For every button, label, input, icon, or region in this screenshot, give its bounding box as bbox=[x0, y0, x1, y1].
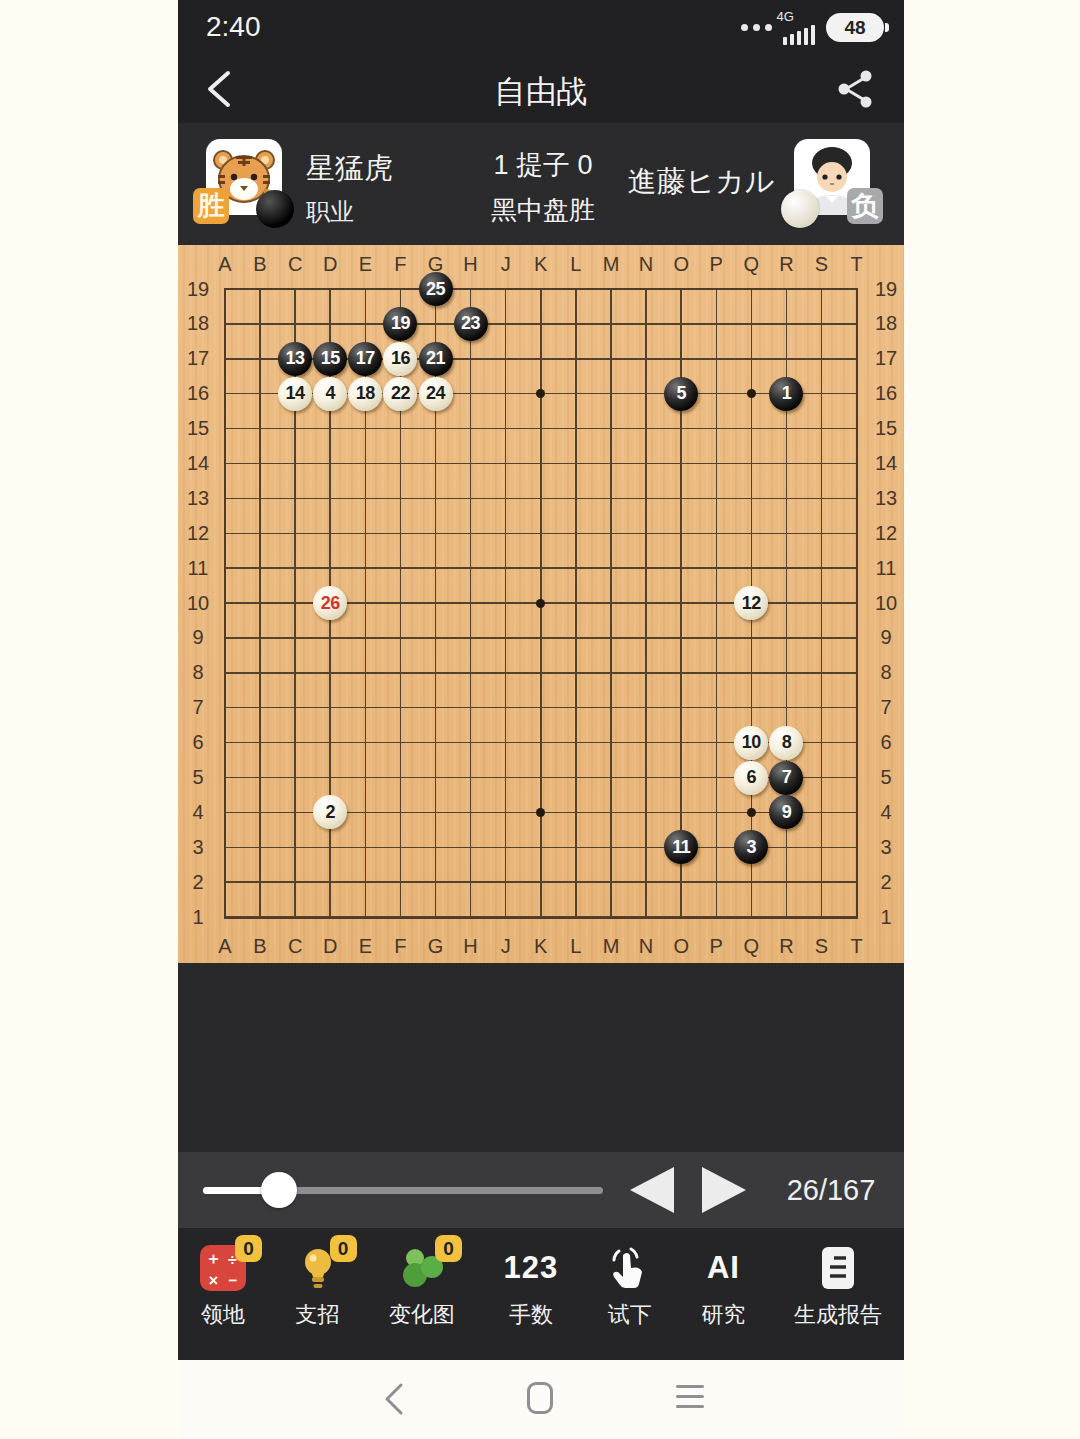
board-cell[interactable] bbox=[348, 830, 383, 865]
board-cell[interactable] bbox=[488, 411, 523, 446]
board-cell[interactable] bbox=[593, 621, 628, 656]
board-cell[interactable] bbox=[664, 621, 699, 656]
board-cell[interactable] bbox=[664, 725, 699, 760]
board-cell[interactable] bbox=[804, 411, 839, 446]
board-cell[interactable] bbox=[453, 795, 488, 830]
board-cell[interactable] bbox=[242, 690, 277, 725]
board-cell[interactable] bbox=[453, 341, 488, 376]
board-cell[interactable] bbox=[418, 690, 453, 725]
board-cell[interactable] bbox=[558, 760, 593, 795]
board-cell[interactable] bbox=[734, 306, 769, 341]
board-cell[interactable] bbox=[734, 481, 769, 516]
board-cell[interactable] bbox=[664, 341, 699, 376]
board-cell[interactable] bbox=[629, 655, 664, 690]
board-cell[interactable]: 1 bbox=[769, 376, 804, 411]
board-cell[interactable] bbox=[769, 655, 804, 690]
board-cell[interactable] bbox=[418, 306, 453, 341]
board-cell[interactable] bbox=[207, 516, 242, 551]
board-cell[interactable] bbox=[383, 795, 418, 830]
board-cell[interactable] bbox=[348, 725, 383, 760]
board-cell[interactable]: 11 bbox=[664, 830, 699, 865]
board-cell[interactable] bbox=[839, 586, 874, 621]
board-cell[interactable] bbox=[278, 586, 313, 621]
board-cell[interactable] bbox=[629, 725, 664, 760]
board-cell[interactable] bbox=[664, 481, 699, 516]
board-cell[interactable] bbox=[207, 586, 242, 621]
board-cell[interactable] bbox=[242, 411, 277, 446]
board-cell[interactable] bbox=[839, 865, 874, 900]
board-cell[interactable] bbox=[207, 446, 242, 481]
board-cell[interactable] bbox=[593, 725, 628, 760]
board-cell[interactable] bbox=[699, 865, 734, 900]
board-cell[interactable] bbox=[242, 341, 277, 376]
board-cell[interactable] bbox=[242, 306, 277, 341]
board-cell[interactable]: 16 bbox=[383, 341, 418, 376]
board-cell[interactable] bbox=[488, 446, 523, 481]
board-cell[interactable]: 3 bbox=[734, 830, 769, 865]
board-cell[interactable] bbox=[839, 272, 874, 307]
toolbar-item-研究[interactable]: AI研究 bbox=[701, 1242, 745, 1360]
board-cell[interactable] bbox=[242, 551, 277, 586]
board-cell[interactable] bbox=[699, 830, 734, 865]
board-cell[interactable] bbox=[523, 551, 558, 586]
board-cell[interactable] bbox=[769, 272, 804, 307]
board-cell[interactable] bbox=[453, 446, 488, 481]
board-cell[interactable] bbox=[664, 865, 699, 900]
toolbar-item-支招[interactable]: 0支招 bbox=[295, 1242, 341, 1360]
board-cell[interactable] bbox=[418, 411, 453, 446]
board-cell[interactable] bbox=[313, 621, 348, 656]
board-cell[interactable] bbox=[488, 306, 523, 341]
board-cell[interactable] bbox=[558, 690, 593, 725]
board-cell[interactable] bbox=[664, 411, 699, 446]
board-cell[interactable] bbox=[488, 376, 523, 411]
board-cell[interactable] bbox=[383, 900, 418, 935]
board-cell[interactable] bbox=[558, 900, 593, 935]
board-cell[interactable] bbox=[207, 830, 242, 865]
board-cell[interactable] bbox=[313, 411, 348, 446]
board-cell[interactable] bbox=[523, 760, 558, 795]
board-cell[interactable] bbox=[593, 865, 628, 900]
board-cell[interactable] bbox=[839, 551, 874, 586]
board-cell[interactable] bbox=[769, 306, 804, 341]
board-cell[interactable] bbox=[593, 830, 628, 865]
board-cell[interactable] bbox=[699, 725, 734, 760]
board-cell[interactable] bbox=[207, 865, 242, 900]
board-cell[interactable] bbox=[804, 725, 839, 760]
board-cell[interactable] bbox=[699, 551, 734, 586]
board-cell[interactable] bbox=[488, 830, 523, 865]
board-cell[interactable] bbox=[593, 586, 628, 621]
board-cell[interactable] bbox=[593, 516, 628, 551]
board-cell[interactable] bbox=[839, 446, 874, 481]
board-cell[interactable] bbox=[664, 516, 699, 551]
board-cell[interactable] bbox=[242, 516, 277, 551]
board-cell[interactable] bbox=[488, 690, 523, 725]
board-cell[interactable] bbox=[453, 551, 488, 586]
board-cell[interactable] bbox=[383, 760, 418, 795]
board-cell[interactable] bbox=[453, 586, 488, 621]
board-cell[interactable] bbox=[453, 865, 488, 900]
board-cell[interactable] bbox=[593, 900, 628, 935]
board-cell[interactable] bbox=[488, 551, 523, 586]
board-cell[interactable] bbox=[207, 795, 242, 830]
board-cell[interactable] bbox=[313, 830, 348, 865]
board-cell[interactable] bbox=[558, 306, 593, 341]
board-cell[interactable] bbox=[242, 725, 277, 760]
board-cell[interactable] bbox=[699, 411, 734, 446]
board-cell[interactable] bbox=[734, 272, 769, 307]
board-cell[interactable] bbox=[593, 481, 628, 516]
board-cell[interactable] bbox=[418, 481, 453, 516]
board-cell[interactable] bbox=[734, 411, 769, 446]
board-cell[interactable] bbox=[278, 446, 313, 481]
board-cell[interactable] bbox=[734, 516, 769, 551]
board-cell[interactable] bbox=[699, 306, 734, 341]
board-cell[interactable] bbox=[348, 551, 383, 586]
board-cell[interactable] bbox=[804, 690, 839, 725]
board-cell[interactable] bbox=[699, 900, 734, 935]
board-cell[interactable] bbox=[804, 586, 839, 621]
board-cell[interactable] bbox=[453, 376, 488, 411]
board-cell[interactable] bbox=[313, 306, 348, 341]
board-cell[interactable] bbox=[523, 306, 558, 341]
android-back-icon[interactable] bbox=[382, 1382, 406, 1416]
board-cell[interactable] bbox=[769, 341, 804, 376]
board-cell[interactable] bbox=[278, 830, 313, 865]
board-cell[interactable]: 18 bbox=[348, 376, 383, 411]
board-cell[interactable] bbox=[629, 306, 664, 341]
board-cell[interactable] bbox=[558, 795, 593, 830]
board-cell[interactable] bbox=[348, 655, 383, 690]
board-cell[interactable] bbox=[418, 865, 453, 900]
board-cell[interactable] bbox=[664, 551, 699, 586]
board-cell[interactable] bbox=[699, 795, 734, 830]
board-cell[interactable] bbox=[734, 551, 769, 586]
board-cell[interactable] bbox=[593, 655, 628, 690]
board-cell[interactable] bbox=[804, 865, 839, 900]
toolbar-item-手数[interactable]: 123手数 bbox=[504, 1242, 559, 1360]
board-cell[interactable] bbox=[734, 900, 769, 935]
board-cell[interactable] bbox=[804, 516, 839, 551]
board-cell[interactable] bbox=[242, 865, 277, 900]
board-cell[interactable] bbox=[278, 690, 313, 725]
board-cell[interactable] bbox=[207, 341, 242, 376]
toolbar-item-试下[interactable]: 试下 bbox=[607, 1242, 653, 1360]
board-cell[interactable] bbox=[348, 865, 383, 900]
board-cell[interactable] bbox=[488, 655, 523, 690]
board-cell[interactable]: 2 bbox=[313, 795, 348, 830]
board-cell[interactable] bbox=[699, 586, 734, 621]
board-cell[interactable] bbox=[348, 900, 383, 935]
board-cell[interactable] bbox=[418, 900, 453, 935]
board-cell[interactable] bbox=[453, 725, 488, 760]
board-cell[interactable] bbox=[348, 586, 383, 621]
android-home-icon[interactable] bbox=[527, 1382, 553, 1414]
board-cell[interactable] bbox=[207, 725, 242, 760]
board-cell[interactable] bbox=[699, 376, 734, 411]
board-cell[interactable] bbox=[313, 900, 348, 935]
board-cell[interactable] bbox=[418, 586, 453, 621]
board-cell[interactable] bbox=[734, 621, 769, 656]
board-cell[interactable] bbox=[523, 655, 558, 690]
board-cell[interactable] bbox=[418, 725, 453, 760]
board-cell[interactable] bbox=[523, 376, 558, 411]
board-cell[interactable] bbox=[629, 341, 664, 376]
board-cell[interactable] bbox=[523, 341, 558, 376]
board-cell[interactable] bbox=[488, 516, 523, 551]
board-cell[interactable] bbox=[523, 481, 558, 516]
board-cell[interactable] bbox=[769, 481, 804, 516]
board-cell[interactable] bbox=[664, 900, 699, 935]
board-cell[interactable] bbox=[242, 621, 277, 656]
board-cell[interactable] bbox=[664, 655, 699, 690]
board-cell[interactable] bbox=[558, 446, 593, 481]
board-cell[interactable] bbox=[383, 586, 418, 621]
board-cell[interactable] bbox=[734, 795, 769, 830]
board-cell[interactable] bbox=[207, 900, 242, 935]
board-cell[interactable] bbox=[313, 655, 348, 690]
board-cell[interactable] bbox=[593, 376, 628, 411]
board-cell[interactable] bbox=[348, 621, 383, 656]
board-cell[interactable] bbox=[207, 306, 242, 341]
board-cell[interactable] bbox=[207, 551, 242, 586]
board-cell[interactable] bbox=[348, 516, 383, 551]
board-cell[interactable] bbox=[629, 411, 664, 446]
board-cell[interactable] bbox=[699, 655, 734, 690]
board-cell[interactable] bbox=[453, 655, 488, 690]
board-cell[interactable] bbox=[734, 655, 769, 690]
board-cell[interactable] bbox=[418, 516, 453, 551]
board-cell[interactable] bbox=[804, 341, 839, 376]
board-cell[interactable] bbox=[558, 341, 593, 376]
slider-thumb[interactable] bbox=[261, 1172, 297, 1208]
board-cell[interactable] bbox=[242, 446, 277, 481]
board-cell[interactable] bbox=[523, 690, 558, 725]
board-cell[interactable] bbox=[242, 900, 277, 935]
board-cell[interactable] bbox=[839, 306, 874, 341]
board-cell[interactable] bbox=[664, 306, 699, 341]
board-cell[interactable] bbox=[804, 760, 839, 795]
board-cell[interactable] bbox=[593, 272, 628, 307]
board-cell[interactable] bbox=[769, 516, 804, 551]
board-cell[interactable] bbox=[242, 795, 277, 830]
board-cell[interactable]: 17 bbox=[348, 341, 383, 376]
board-cell[interactable] bbox=[523, 830, 558, 865]
board-cell[interactable] bbox=[313, 446, 348, 481]
board-cell[interactable] bbox=[383, 655, 418, 690]
board-cell[interactable] bbox=[242, 830, 277, 865]
board-cell[interactable] bbox=[488, 586, 523, 621]
board-cell[interactable] bbox=[734, 341, 769, 376]
board-cell[interactable] bbox=[383, 446, 418, 481]
board-cell[interactable] bbox=[523, 900, 558, 935]
board-cell[interactable] bbox=[453, 760, 488, 795]
board-cell[interactable] bbox=[593, 306, 628, 341]
board-cell[interactable] bbox=[769, 830, 804, 865]
board-cell[interactable]: 6 bbox=[734, 760, 769, 795]
board-cell[interactable] bbox=[348, 272, 383, 307]
board-cell[interactable] bbox=[839, 830, 874, 865]
board-cell[interactable] bbox=[523, 865, 558, 900]
next-move-button[interactable] bbox=[702, 1167, 746, 1213]
board-cell[interactable] bbox=[488, 272, 523, 307]
board-cell[interactable] bbox=[839, 481, 874, 516]
board-cell[interactable]: 4 bbox=[313, 376, 348, 411]
board-cell[interactable] bbox=[348, 411, 383, 446]
board-cell[interactable]: 21 bbox=[418, 341, 453, 376]
board-cell[interactable] bbox=[278, 760, 313, 795]
board-cell[interactable] bbox=[593, 795, 628, 830]
board-cell[interactable] bbox=[278, 516, 313, 551]
board-cell[interactable] bbox=[383, 481, 418, 516]
board-cell[interactable] bbox=[278, 481, 313, 516]
board-cell[interactable] bbox=[839, 411, 874, 446]
board-cell[interactable] bbox=[839, 900, 874, 935]
board-cell[interactable] bbox=[348, 795, 383, 830]
board-cell[interactable] bbox=[629, 272, 664, 307]
board-cell[interactable] bbox=[242, 586, 277, 621]
board-cell[interactable] bbox=[558, 551, 593, 586]
board-cell[interactable]: 14 bbox=[278, 376, 313, 411]
board-cell[interactable] bbox=[278, 900, 313, 935]
board-cell[interactable] bbox=[418, 795, 453, 830]
board-cell[interactable] bbox=[699, 446, 734, 481]
board-cell[interactable] bbox=[839, 725, 874, 760]
board-cell[interactable] bbox=[242, 655, 277, 690]
board-cell[interactable] bbox=[278, 621, 313, 656]
board-cell[interactable] bbox=[523, 725, 558, 760]
board-cell[interactable] bbox=[558, 376, 593, 411]
board-cell[interactable] bbox=[629, 900, 664, 935]
board-cell[interactable] bbox=[418, 551, 453, 586]
board-cell[interactable] bbox=[699, 341, 734, 376]
board-cell[interactable] bbox=[313, 865, 348, 900]
board-cell[interactable] bbox=[207, 690, 242, 725]
board-cell[interactable] bbox=[488, 865, 523, 900]
board-cell[interactable] bbox=[769, 446, 804, 481]
board-cell[interactable] bbox=[804, 795, 839, 830]
board-cell[interactable] bbox=[383, 516, 418, 551]
board-cell[interactable] bbox=[488, 900, 523, 935]
board-cell[interactable]: 5 bbox=[664, 376, 699, 411]
board-cell[interactable] bbox=[418, 621, 453, 656]
board-cell[interactable] bbox=[313, 551, 348, 586]
board-cell[interactable] bbox=[418, 830, 453, 865]
board-cell[interactable] bbox=[523, 272, 558, 307]
board-cell[interactable] bbox=[664, 760, 699, 795]
board-cell[interactable] bbox=[593, 551, 628, 586]
board-cell[interactable] bbox=[558, 865, 593, 900]
board-cell[interactable] bbox=[278, 725, 313, 760]
board-cell[interactable] bbox=[839, 621, 874, 656]
board-cell[interactable] bbox=[804, 655, 839, 690]
board-cell[interactable] bbox=[278, 272, 313, 307]
board-cell[interactable] bbox=[453, 900, 488, 935]
board-cell[interactable] bbox=[348, 760, 383, 795]
board-cell[interactable] bbox=[558, 621, 593, 656]
board-cell[interactable] bbox=[313, 725, 348, 760]
board-cell[interactable] bbox=[418, 760, 453, 795]
board-cell[interactable] bbox=[313, 690, 348, 725]
board-cell[interactable]: 23 bbox=[453, 306, 488, 341]
board-cell[interactable] bbox=[383, 621, 418, 656]
board-cell[interactable] bbox=[242, 760, 277, 795]
board-cell[interactable] bbox=[453, 621, 488, 656]
board-cell[interactable] bbox=[629, 760, 664, 795]
board-cell[interactable] bbox=[348, 690, 383, 725]
board-cell[interactable] bbox=[523, 411, 558, 446]
board-cell[interactable] bbox=[839, 760, 874, 795]
board-cell[interactable] bbox=[699, 516, 734, 551]
board-cell[interactable] bbox=[453, 272, 488, 307]
board-cell[interactable] bbox=[664, 272, 699, 307]
board-cell[interactable] bbox=[207, 411, 242, 446]
board-cell[interactable] bbox=[804, 446, 839, 481]
board-cell[interactable] bbox=[593, 341, 628, 376]
board-cell[interactable] bbox=[558, 830, 593, 865]
board-cell[interactable] bbox=[593, 446, 628, 481]
board-cell[interactable] bbox=[839, 376, 874, 411]
board-cell[interactable] bbox=[629, 481, 664, 516]
board-cell[interactable]: 9 bbox=[769, 795, 804, 830]
board-cell[interactable] bbox=[278, 306, 313, 341]
board-cell[interactable] bbox=[313, 516, 348, 551]
board-cell[interactable] bbox=[769, 690, 804, 725]
board-cell[interactable] bbox=[278, 655, 313, 690]
board-cell[interactable] bbox=[699, 690, 734, 725]
board-cell[interactable] bbox=[523, 516, 558, 551]
board-cell[interactable] bbox=[699, 481, 734, 516]
board-cell[interactable] bbox=[558, 725, 593, 760]
board-cell[interactable] bbox=[629, 830, 664, 865]
board-cell[interactable]: 26 bbox=[313, 586, 348, 621]
board-cell[interactable] bbox=[453, 830, 488, 865]
board-cell[interactable] bbox=[418, 446, 453, 481]
board-cell[interactable] bbox=[383, 551, 418, 586]
board-cell[interactable] bbox=[313, 481, 348, 516]
board-cell[interactable] bbox=[769, 865, 804, 900]
board-cell[interactable]: 13 bbox=[278, 341, 313, 376]
board-cell[interactable] bbox=[523, 621, 558, 656]
board-cell[interactable] bbox=[629, 551, 664, 586]
board-cell[interactable] bbox=[769, 551, 804, 586]
board-cell[interactable] bbox=[383, 725, 418, 760]
board-cell[interactable]: 7 bbox=[769, 760, 804, 795]
board-cell[interactable] bbox=[523, 795, 558, 830]
board-cell[interactable] bbox=[629, 446, 664, 481]
board-cell[interactable] bbox=[523, 586, 558, 621]
board-cell[interactable] bbox=[839, 655, 874, 690]
board-cell[interactable] bbox=[418, 655, 453, 690]
board-cell[interactable] bbox=[839, 516, 874, 551]
board-cell[interactable] bbox=[664, 446, 699, 481]
board-cell[interactable] bbox=[242, 272, 277, 307]
board-cell[interactable] bbox=[488, 481, 523, 516]
board-cell[interactable] bbox=[593, 690, 628, 725]
board-cell[interactable] bbox=[207, 760, 242, 795]
board-cell[interactable]: 10 bbox=[734, 725, 769, 760]
board-cell[interactable] bbox=[383, 272, 418, 307]
board-cell[interactable] bbox=[242, 481, 277, 516]
board-cell[interactable] bbox=[207, 621, 242, 656]
board-cell[interactable] bbox=[383, 411, 418, 446]
toolbar-item-变化图[interactable]: 0变化图 bbox=[389, 1242, 455, 1360]
board-cell[interactable] bbox=[769, 411, 804, 446]
board-cell[interactable] bbox=[804, 621, 839, 656]
board-cell[interactable] bbox=[629, 795, 664, 830]
board-cell[interactable] bbox=[804, 376, 839, 411]
